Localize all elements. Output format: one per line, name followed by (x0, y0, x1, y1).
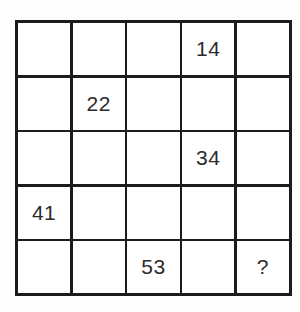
grid-cell-r2c2: 22 (73, 78, 125, 130)
grid-cell-r4c2 (73, 187, 125, 239)
grid-cell-r5c1 (18, 241, 70, 293)
grid-cell-r3c2 (73, 132, 125, 184)
grid-cell-r3c3 (127, 132, 179, 184)
grid-cell-r1c4: 14 (182, 23, 234, 75)
grid-cell-r2c5 (237, 78, 289, 130)
grid-cell-r5c3: 53 (127, 241, 179, 293)
grid-cell-r3c4: 34 (182, 132, 234, 184)
grid-cell-r2c4 (182, 78, 234, 130)
grid-cell-r5c2 (73, 241, 125, 293)
grid-cell-r2c3 (127, 78, 179, 130)
grid-cell-r3c5 (237, 132, 289, 184)
grid-cell-r2c1 (18, 78, 70, 130)
grid-cell-r4c1: 41 (18, 187, 70, 239)
grid-cell-r3c1 (18, 132, 70, 184)
grid-cell-r1c2 (73, 23, 125, 75)
grid-cell-r1c1 (18, 23, 70, 75)
puzzle-grid: 1422344153? (15, 20, 292, 296)
unknown-cell-r5c5: ? (237, 241, 289, 293)
grid-cell-r1c5 (237, 23, 289, 75)
grid-cell-r5c4 (182, 241, 234, 293)
grid-cell-r4c3 (127, 187, 179, 239)
grid-cell-r1c3 (127, 23, 179, 75)
grid-cell-r4c5 (237, 187, 289, 239)
grid-cell-r4c4 (182, 187, 234, 239)
